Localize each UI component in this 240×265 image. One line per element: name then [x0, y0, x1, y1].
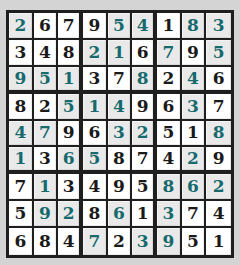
cell-r2c6[interactable]: 6 [132, 40, 157, 67]
cell-r7c6[interactable]: 5 [132, 174, 157, 201]
cell-r3c6[interactable]: 8 [132, 67, 157, 94]
cell-r8c7[interactable]: 3 [157, 201, 182, 228]
cell-r4c7[interactable]: 6 [157, 94, 182, 121]
cell-r1c6[interactable]: 4 [132, 13, 157, 40]
cell-r9c1[interactable]: 6 [9, 228, 34, 255]
cell-r3c3[interactable]: 1 [58, 67, 83, 94]
cell-r4c3[interactable]: 5 [58, 94, 83, 121]
cell-r9c2[interactable]: 8 [34, 228, 59, 255]
cell-r7c1[interactable]: 7 [9, 174, 34, 201]
cell-r8c5[interactable]: 6 [108, 201, 133, 228]
cell-r3c2[interactable]: 5 [34, 67, 59, 94]
cell-r4c8[interactable]: 3 [182, 94, 207, 121]
cell-r1c2[interactable]: 6 [34, 13, 59, 40]
cell-r5c2[interactable]: 7 [34, 121, 59, 148]
cell-r2c4[interactable]: 2 [83, 40, 108, 67]
cell-r4c9[interactable]: 7 [206, 94, 231, 121]
cell-r8c8[interactable]: 7 [182, 201, 207, 228]
cell-r5c1[interactable]: 4 [9, 121, 34, 148]
cell-r6c9[interactable]: 9 [206, 147, 231, 174]
sudoku-board: 2679541833482167959513782468251496374796… [6, 10, 234, 258]
cell-r7c8[interactable]: 6 [182, 174, 207, 201]
cell-r3c7[interactable]: 2 [157, 67, 182, 94]
cell-r4c5[interactable]: 4 [108, 94, 133, 121]
cell-r9c4[interactable]: 7 [83, 228, 108, 255]
cell-r6c4[interactable]: 5 [83, 147, 108, 174]
cell-r2c5[interactable]: 1 [108, 40, 133, 67]
cell-r3c5[interactable]: 7 [108, 67, 133, 94]
cell-r5c5[interactable]: 3 [108, 121, 133, 148]
cell-r7c4[interactable]: 4 [83, 174, 108, 201]
cell-r5c3[interactable]: 9 [58, 121, 83, 148]
cell-r2c1[interactable]: 3 [9, 40, 34, 67]
cell-r7c9[interactable]: 2 [206, 174, 231, 201]
cell-r6c2[interactable]: 3 [34, 147, 59, 174]
cell-r6c3[interactable]: 6 [58, 147, 83, 174]
cell-r4c2[interactable]: 2 [34, 94, 59, 121]
cell-r2c3[interactable]: 8 [58, 40, 83, 67]
cell-r8c6[interactable]: 1 [132, 201, 157, 228]
cell-r6c7[interactable]: 4 [157, 147, 182, 174]
cell-r7c2[interactable]: 1 [34, 174, 59, 201]
cell-r3c9[interactable]: 6 [206, 67, 231, 94]
cell-r1c8[interactable]: 8 [182, 13, 207, 40]
cell-r4c6[interactable]: 9 [132, 94, 157, 121]
cell-r8c4[interactable]: 8 [83, 201, 108, 228]
cell-r6c8[interactable]: 2 [182, 147, 207, 174]
cell-r5c6[interactable]: 2 [132, 121, 157, 148]
cell-r1c7[interactable]: 1 [157, 13, 182, 40]
cell-r2c9[interactable]: 5 [206, 40, 231, 67]
cell-r7c5[interactable]: 9 [108, 174, 133, 201]
cell-r1c4[interactable]: 9 [83, 13, 108, 40]
cell-r9c6[interactable]: 3 [132, 228, 157, 255]
cell-r4c1[interactable]: 8 [9, 94, 34, 121]
cell-r5c7[interactable]: 5 [157, 121, 182, 148]
cell-r8c9[interactable]: 4 [206, 201, 231, 228]
cell-r9c7[interactable]: 9 [157, 228, 182, 255]
cell-r2c8[interactable]: 9 [182, 40, 207, 67]
cell-r3c4[interactable]: 3 [83, 67, 108, 94]
cell-r6c5[interactable]: 8 [108, 147, 133, 174]
cell-r9c9[interactable]: 1 [206, 228, 231, 255]
cell-r2c2[interactable]: 4 [34, 40, 59, 67]
cell-r7c3[interactable]: 3 [58, 174, 83, 201]
cell-r1c9[interactable]: 3 [206, 13, 231, 40]
cell-r3c8[interactable]: 4 [182, 67, 207, 94]
cell-r1c1[interactable]: 2 [9, 13, 34, 40]
cell-r3c1[interactable]: 9 [9, 67, 34, 94]
cell-r9c5[interactable]: 2 [108, 228, 133, 255]
cell-r8c1[interactable]: 5 [9, 201, 34, 228]
cell-r4c4[interactable]: 1 [83, 94, 108, 121]
cell-r5c4[interactable]: 6 [83, 121, 108, 148]
cell-r8c2[interactable]: 9 [34, 201, 59, 228]
cell-r9c3[interactable]: 4 [58, 228, 83, 255]
cell-r1c5[interactable]: 5 [108, 13, 133, 40]
cell-r2c7[interactable]: 7 [157, 40, 182, 67]
cell-r8c3[interactable]: 2 [58, 201, 83, 228]
cell-r6c1[interactable]: 1 [9, 147, 34, 174]
cell-r1c3[interactable]: 7 [58, 13, 83, 40]
cell-r5c9[interactable]: 8 [206, 121, 231, 148]
cell-r6c6[interactable]: 7 [132, 147, 157, 174]
cell-r5c8[interactable]: 1 [182, 121, 207, 148]
cell-r9c8[interactable]: 5 [182, 228, 207, 255]
cell-r7c7[interactable]: 8 [157, 174, 182, 201]
